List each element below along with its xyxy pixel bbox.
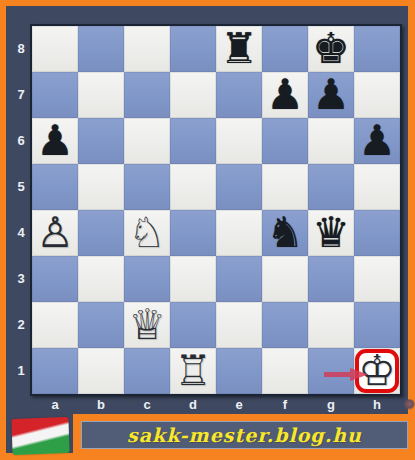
square-b6[interactable] (78, 118, 124, 164)
square-h8[interactable] (354, 26, 400, 72)
square-g4[interactable]: ♛ (308, 210, 354, 256)
chess-board: ♜♚♟♟♟♟♙♘♞♛♕♖♔ (32, 26, 400, 394)
square-h3[interactable] (354, 256, 400, 302)
square-c4[interactable]: ♘ (124, 210, 170, 256)
square-e1[interactable] (216, 348, 262, 394)
square-e5[interactable] (216, 164, 262, 210)
side-to-move-dot (404, 399, 415, 410)
square-e7[interactable] (216, 72, 262, 118)
rank-label-7: 7 (12, 72, 30, 118)
square-d7[interactable] (170, 72, 216, 118)
square-c2[interactable]: ♕ (124, 302, 170, 348)
square-e4[interactable] (216, 210, 262, 256)
file-label-f: f (262, 396, 308, 413)
square-g7[interactable]: ♟ (308, 72, 354, 118)
white-knight[interactable]: ♘ (124, 210, 170, 256)
square-f4[interactable]: ♞ (262, 210, 308, 256)
square-e6[interactable] (216, 118, 262, 164)
square-g8[interactable]: ♚ (308, 26, 354, 72)
square-h5[interactable] (354, 164, 400, 210)
square-b7[interactable] (78, 72, 124, 118)
black-rook[interactable]: ♜ (216, 26, 262, 72)
black-pawn[interactable]: ♟ (262, 72, 308, 118)
square-g2[interactable] (308, 302, 354, 348)
square-a1[interactable] (32, 348, 78, 394)
hungarian-flag-icon (11, 417, 69, 455)
square-b5[interactable] (78, 164, 124, 210)
blog-url-text: sakk-mester.blog.hu (127, 424, 362, 446)
rank-label-1: 1 (12, 348, 30, 394)
black-pawn[interactable]: ♟ (32, 118, 78, 164)
square-g3[interactable] (308, 256, 354, 302)
black-pawn[interactable]: ♟ (354, 118, 400, 164)
file-label-a: a (32, 396, 78, 413)
blog-banner: sakk-mester.blog.hu (73, 414, 415, 455)
square-f3[interactable] (262, 256, 308, 302)
file-label-h: h (354, 396, 400, 413)
rank-label-4: 4 (12, 210, 30, 256)
square-d5[interactable] (170, 164, 216, 210)
rank-label-8: 8 (12, 26, 30, 72)
file-label-c: c (124, 396, 170, 413)
rank-label-2: 2 (12, 302, 30, 348)
square-b3[interactable] (78, 256, 124, 302)
square-d4[interactable] (170, 210, 216, 256)
square-f6[interactable] (262, 118, 308, 164)
square-f1[interactable] (262, 348, 308, 394)
square-g6[interactable] (308, 118, 354, 164)
square-b2[interactable] (78, 302, 124, 348)
square-b1[interactable] (78, 348, 124, 394)
white-pawn[interactable]: ♙ (32, 210, 78, 256)
square-a5[interactable] (32, 164, 78, 210)
square-d6[interactable] (170, 118, 216, 164)
square-a6[interactable]: ♟ (32, 118, 78, 164)
black-king[interactable]: ♚ (308, 26, 354, 72)
black-queen[interactable]: ♛ (308, 210, 354, 256)
file-label-e: e (216, 396, 262, 413)
square-a2[interactable] (32, 302, 78, 348)
square-b4[interactable] (78, 210, 124, 256)
square-d2[interactable] (170, 302, 216, 348)
square-a7[interactable] (32, 72, 78, 118)
square-e8[interactable]: ♜ (216, 26, 262, 72)
white-rook[interactable]: ♖ (170, 348, 216, 394)
square-c7[interactable] (124, 72, 170, 118)
chess-diagram: ♜♚♟♟♟♟♙♘♞♛♕♖♔ 87654321 abcdefgh sakk-mes… (0, 0, 415, 460)
rank-label-6: 6 (12, 118, 30, 164)
square-a3[interactable] (32, 256, 78, 302)
diagram-background: ♜♚♟♟♟♟♙♘♞♛♕♖♔ 87654321 abcdefgh sakk-mes… (6, 6, 408, 453)
file-label-g: g (308, 396, 354, 413)
square-f8[interactable] (262, 26, 308, 72)
square-b8[interactable] (78, 26, 124, 72)
square-h4[interactable] (354, 210, 400, 256)
square-d3[interactable] (170, 256, 216, 302)
blog-banner-panel: sakk-mester.blog.hu (81, 421, 408, 449)
square-d8[interactable] (170, 26, 216, 72)
rank-label-5: 5 (12, 164, 30, 210)
square-a8[interactable] (32, 26, 78, 72)
square-c5[interactable] (124, 164, 170, 210)
square-d1[interactable]: ♖ (170, 348, 216, 394)
square-c6[interactable] (124, 118, 170, 164)
square-f5[interactable] (262, 164, 308, 210)
rank-label-3: 3 (12, 256, 30, 302)
black-pawn[interactable]: ♟ (308, 72, 354, 118)
square-h7[interactable] (354, 72, 400, 118)
square-f2[interactable] (262, 302, 308, 348)
chess-board-frame: ♜♚♟♟♟♟♙♘♞♛♕♖♔ (30, 24, 402, 396)
square-a4[interactable]: ♙ (32, 210, 78, 256)
square-h6[interactable]: ♟ (354, 118, 400, 164)
square-h2[interactable] (354, 302, 400, 348)
square-e3[interactable] (216, 256, 262, 302)
black-knight[interactable]: ♞ (262, 210, 308, 256)
square-g5[interactable] (308, 164, 354, 210)
red-arrow-icon (324, 367, 370, 382)
file-label-b: b (78, 396, 124, 413)
square-f7[interactable]: ♟ (262, 72, 308, 118)
square-c3[interactable] (124, 256, 170, 302)
square-e2[interactable] (216, 302, 262, 348)
file-label-d: d (170, 396, 216, 413)
square-c8[interactable] (124, 26, 170, 72)
square-c1[interactable] (124, 348, 170, 394)
white-queen[interactable]: ♕ (124, 302, 170, 348)
